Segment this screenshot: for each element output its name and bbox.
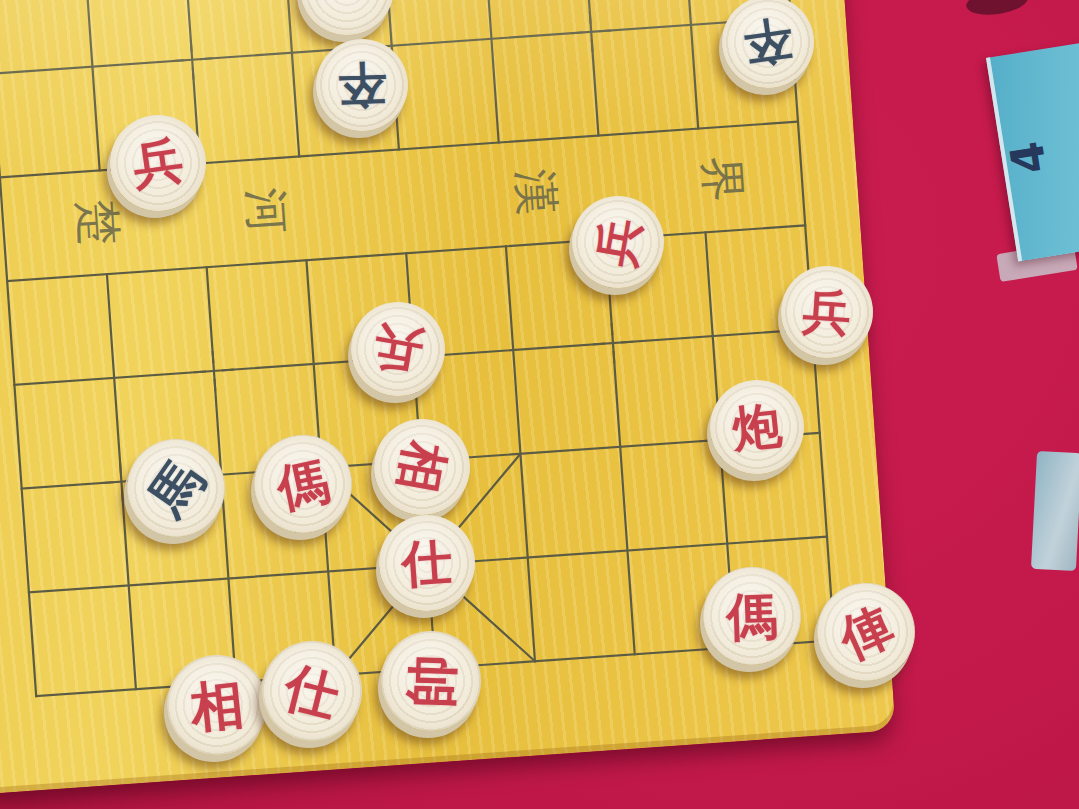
xiangqi-piece-仕-d10[interactable]: 仕 — [262, 641, 362, 741]
piece-character: 兵 — [344, 295, 453, 404]
xiangqi-piece-傌-d8[interactable]: 傌 — [254, 435, 352, 533]
acrylic-card-edge — [1031, 451, 1079, 571]
piece-character: 卒 — [716, 0, 820, 94]
xiangqi-piece-卒-i4[interactable]: 卒 — [722, 0, 814, 88]
xiangqi-piece-相-c10[interactable]: 相 — [167, 655, 267, 755]
xiangqi-piece-俥-i10[interactable]: 俥 — [817, 583, 915, 681]
photo-scene: 楚 河 漢 界 卒卒兵兵兵兵炮馬傌相仕相仕帥傌俥 4 少年男子组 — [0, 0, 1079, 809]
piece-character: 相 — [162, 650, 272, 760]
xiangqi-piece-卒-e4[interactable]: 卒 — [316, 39, 408, 131]
piece-character: 俥 — [801, 567, 930, 696]
piece-character: 兵 — [778, 263, 876, 361]
pieces-layer: 卒卒兵兵兵兵炮馬傌相仕相仕帥傌俥 — [0, 0, 1079, 809]
xiangqi-piece-兵-c5[interactable]: 兵 — [110, 115, 206, 211]
xiangqi-piece-傌-h10[interactable]: 傌 — [703, 567, 801, 665]
piece-character: 相 — [366, 411, 477, 522]
xiangqi-piece-兵-e7[interactable]: 兵 — [351, 302, 445, 396]
piece-character: 仕 — [376, 512, 478, 614]
xiangqi-piece-相-e8[interactable]: 相 — [374, 419, 470, 515]
xiangqi-piece-兵-i7[interactable]: 兵 — [781, 266, 873, 358]
piece-character: 卒 — [314, 37, 409, 132]
piece-character: 兵 — [565, 189, 672, 296]
piece-character: 馬 — [108, 420, 244, 556]
xiangqi-piece-仕-e9[interactable]: 仕 — [379, 515, 475, 611]
piece-character: 兵 — [104, 109, 212, 217]
piece-character — [300, 0, 394, 35]
xiangqi-piece-unknown-e3[interactable] — [300, 0, 394, 35]
xiangqi-piece-帥-e10[interactable]: 帥 — [381, 631, 481, 731]
piece-character: 炮 — [705, 375, 808, 478]
table-number: 4 — [999, 138, 1057, 178]
xiangqi-piece-馬-c8[interactable]: 馬 — [127, 439, 225, 537]
xiangqi-piece-兵-g6[interactable]: 兵 — [572, 196, 664, 288]
xiangqi-piece-炮-h8[interactable]: 炮 — [710, 380, 804, 474]
piece-character: 帥 — [379, 629, 482, 732]
piece-character: 傌 — [245, 426, 361, 542]
piece-character: 傌 — [701, 565, 802, 666]
